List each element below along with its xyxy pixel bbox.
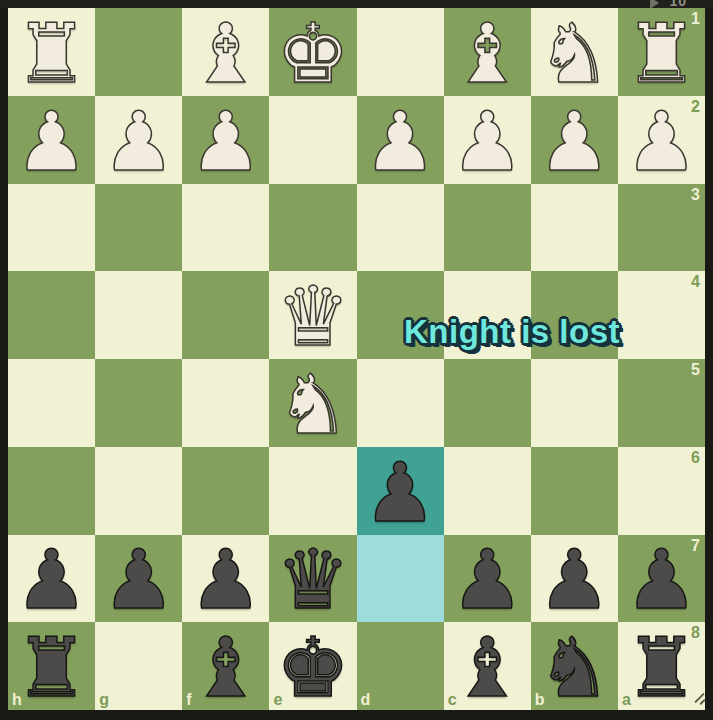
square-d2[interactable]: ♟ xyxy=(357,96,444,184)
square-a1[interactable]: 1♜ xyxy=(618,8,705,96)
square-e3[interactable] xyxy=(269,184,356,272)
white-bishop[interactable]: ♝ xyxy=(450,13,524,95)
square-g1[interactable] xyxy=(95,8,182,96)
black-rook[interactable]: ♜ xyxy=(625,627,699,709)
square-b5[interactable] xyxy=(531,359,618,447)
square-e8[interactable]: e♚ xyxy=(269,622,356,710)
square-e7[interactable]: ♛ xyxy=(269,535,356,623)
square-a4[interactable]: 4 xyxy=(618,271,705,359)
white-pawn[interactable]: ♟ xyxy=(625,101,699,183)
file-label-g: g xyxy=(99,692,109,708)
square-h7[interactable]: ♟ xyxy=(8,535,95,623)
white-pawn[interactable]: ♟ xyxy=(189,101,263,183)
square-c7[interactable]: ♟ xyxy=(444,535,531,623)
rank-label-4: 4 xyxy=(691,274,700,290)
square-d5[interactable] xyxy=(357,359,444,447)
square-b7[interactable]: ♟ xyxy=(531,535,618,623)
square-b2[interactable]: ♟ xyxy=(531,96,618,184)
black-pawn[interactable]: ♟ xyxy=(450,539,524,621)
square-a5[interactable]: 5 xyxy=(618,359,705,447)
square-f4[interactable] xyxy=(182,271,269,359)
white-bishop[interactable]: ♝ xyxy=(189,13,263,95)
square-c3[interactable] xyxy=(444,184,531,272)
square-h8[interactable]: h♜ xyxy=(8,622,95,710)
square-h3[interactable] xyxy=(8,184,95,272)
square-d6[interactable]: ♟ xyxy=(357,447,444,535)
black-pawn[interactable]: ♟ xyxy=(363,452,437,534)
top-bar: 10 xyxy=(0,0,713,8)
white-pawn[interactable]: ♟ xyxy=(15,101,89,183)
chess-board: ♜♝♚♝♞1♜♟♟♟♟♟♟2♟3♛4♞5♟6♟♟♟♛♟♟7♟h♜gf♝e♚dc♝… xyxy=(8,8,705,710)
video-frame: 10 ♜♝♚♝♞1♜♟♟♟♟♟♟2♟3♛4♞5♟6♟♟♟♛♟♟7♟h♜gf♝e♚… xyxy=(0,0,713,720)
square-f3[interactable] xyxy=(182,184,269,272)
square-d1[interactable] xyxy=(357,8,444,96)
rank-label-6: 6 xyxy=(691,450,700,466)
black-pawn[interactable]: ♟ xyxy=(15,539,89,621)
white-knight[interactable]: ♞ xyxy=(538,13,612,95)
black-king[interactable]: ♚ xyxy=(276,627,350,709)
square-g7[interactable]: ♟ xyxy=(95,535,182,623)
square-e4[interactable]: ♛ xyxy=(269,271,356,359)
square-h1[interactable]: ♜ xyxy=(8,8,95,96)
caption-knight-is-lost: Knight is lost xyxy=(404,313,620,351)
black-bishop[interactable]: ♝ xyxy=(450,627,524,709)
black-queen[interactable]: ♛ xyxy=(276,539,350,621)
square-a7[interactable]: 7♟ xyxy=(618,535,705,623)
square-c5[interactable] xyxy=(444,359,531,447)
square-h6[interactable] xyxy=(8,447,95,535)
square-b8[interactable]: b♞ xyxy=(531,622,618,710)
square-h2[interactable]: ♟ xyxy=(8,96,95,184)
white-pawn[interactable]: ♟ xyxy=(450,101,524,183)
white-rook[interactable]: ♜ xyxy=(625,13,699,95)
square-f6[interactable] xyxy=(182,447,269,535)
square-f5[interactable] xyxy=(182,359,269,447)
black-pawn[interactable]: ♟ xyxy=(538,539,612,621)
square-g3[interactable] xyxy=(95,184,182,272)
square-e5[interactable]: ♞ xyxy=(269,359,356,447)
black-knight[interactable]: ♞ xyxy=(538,627,612,709)
square-g4[interactable] xyxy=(95,271,182,359)
square-e1[interactable]: ♚ xyxy=(269,8,356,96)
black-pawn[interactable]: ♟ xyxy=(102,539,176,621)
white-king[interactable]: ♚ xyxy=(276,13,350,95)
white-knight[interactable]: ♞ xyxy=(276,364,350,446)
black-pawn[interactable]: ♟ xyxy=(189,539,263,621)
rank-label-3: 3 xyxy=(691,187,700,203)
square-e2[interactable] xyxy=(269,96,356,184)
square-a6[interactable]: 6 xyxy=(618,447,705,535)
square-b6[interactable] xyxy=(531,447,618,535)
white-pawn[interactable]: ♟ xyxy=(102,101,176,183)
square-g6[interactable] xyxy=(95,447,182,535)
square-a3[interactable]: 3 xyxy=(618,184,705,272)
square-e6[interactable] xyxy=(269,447,356,535)
square-f7[interactable]: ♟ xyxy=(182,535,269,623)
white-rook[interactable]: ♜ xyxy=(15,13,89,95)
play-count-icon xyxy=(650,0,659,8)
rank-label-5: 5 xyxy=(691,362,700,378)
square-g5[interactable] xyxy=(95,359,182,447)
square-f2[interactable]: ♟ xyxy=(182,96,269,184)
square-c1[interactable]: ♝ xyxy=(444,8,531,96)
square-f8[interactable]: f♝ xyxy=(182,622,269,710)
square-c8[interactable]: c♝ xyxy=(444,622,531,710)
square-b1[interactable]: ♞ xyxy=(531,8,618,96)
square-d7[interactable] xyxy=(357,535,444,623)
square-d3[interactable] xyxy=(357,184,444,272)
black-rook[interactable]: ♜ xyxy=(15,627,89,709)
square-f1[interactable]: ♝ xyxy=(182,8,269,96)
square-b3[interactable] xyxy=(531,184,618,272)
square-c2[interactable]: ♟ xyxy=(444,96,531,184)
square-g2[interactable]: ♟ xyxy=(95,96,182,184)
overlay-count: 10 xyxy=(669,0,687,8)
board-right-edge xyxy=(705,8,713,710)
file-label-d: d xyxy=(361,692,371,708)
square-a2[interactable]: 2♟ xyxy=(618,96,705,184)
white-queen[interactable]: ♛ xyxy=(276,276,350,358)
black-bishop[interactable]: ♝ xyxy=(189,627,263,709)
white-pawn[interactable]: ♟ xyxy=(538,101,612,183)
white-pawn[interactable]: ♟ xyxy=(363,101,437,183)
board-left-edge xyxy=(0,8,8,710)
square-h4[interactable] xyxy=(8,271,95,359)
square-c6[interactable] xyxy=(444,447,531,535)
bottom-bar xyxy=(0,710,713,720)
square-h5[interactable] xyxy=(8,359,95,447)
square-d8[interactable]: d xyxy=(357,622,444,710)
square-g8[interactable]: g xyxy=(95,622,182,710)
black-pawn[interactable]: ♟ xyxy=(625,539,699,621)
